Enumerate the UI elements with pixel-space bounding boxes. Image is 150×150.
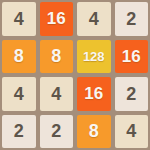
tile-r2c4-value-16: 16 <box>115 40 149 74</box>
tile-r2c2-value-8: 8 <box>40 40 74 74</box>
tile-r1c4-value-2: 2 <box>115 2 149 36</box>
tile-r1c3-value-4: 4 <box>77 2 111 36</box>
tile-r3c2-value-4: 4 <box>40 77 74 111</box>
tile-r2c3-value-128: 128 <box>77 40 111 74</box>
tile-r3c1-value-4: 4 <box>2 77 36 111</box>
tile-r4c1-value-2: 2 <box>2 115 36 149</box>
tile-r4c3-value-8: 8 <box>77 115 111 149</box>
tile-r1c1-value-4: 4 <box>2 2 36 36</box>
tile-r1c2-value-16: 16 <box>40 2 74 36</box>
board-2048[interactable]: 416428812816441622284 <box>0 0 150 150</box>
tile-r3c4-value-2: 2 <box>115 77 149 111</box>
tile-r4c2-value-2: 2 <box>40 115 74 149</box>
tile-r3c3-value-16: 16 <box>77 77 111 111</box>
tile-r4c4-value-4: 4 <box>115 115 149 149</box>
tile-r2c1-value-8: 8 <box>2 40 36 74</box>
